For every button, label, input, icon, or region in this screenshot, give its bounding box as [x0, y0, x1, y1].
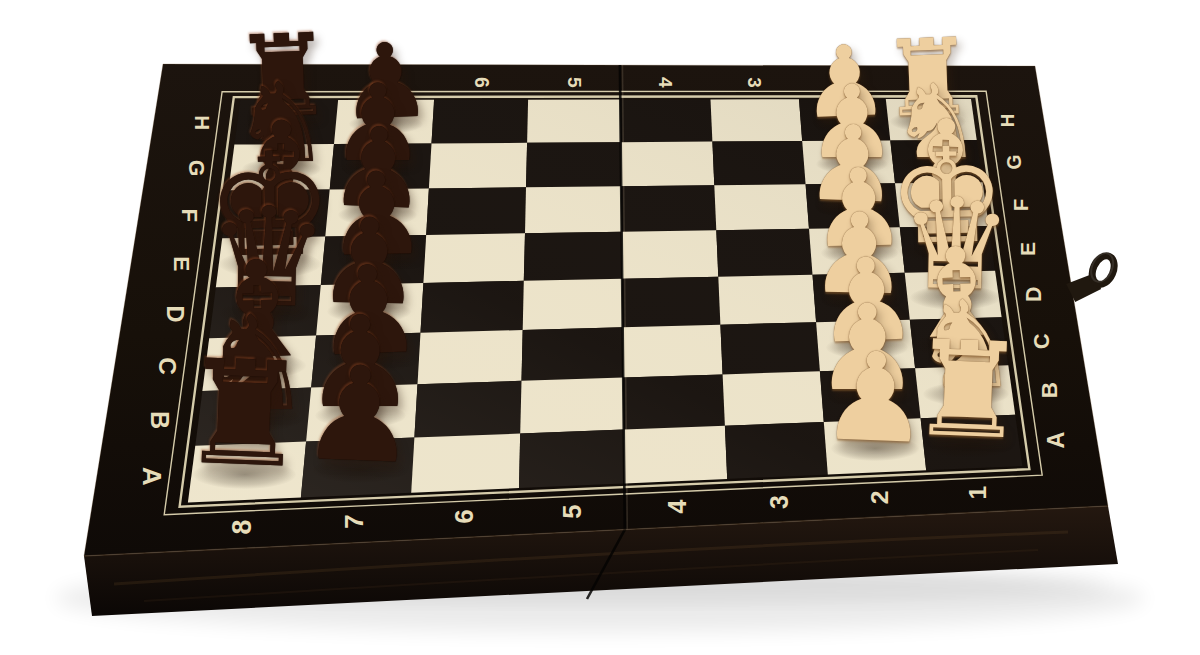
file-label-right-G: G [1003, 153, 1025, 169]
rank-label-bottom-3: 3 [765, 494, 793, 509]
file-label-left-D: D [162, 306, 188, 324]
piece-white-pawn-a2[interactable]: ♟ [818, 341, 932, 455]
file-label-left-A: A [137, 467, 167, 487]
file-label-left-C: C [154, 357, 181, 376]
file-label-left-E: E [169, 256, 195, 272]
rank-label-bottom-2: 2 [866, 489, 893, 504]
metal-clasp [1066, 250, 1118, 302]
rank-label-bottom-1: 1 [964, 485, 991, 500]
piece-black-rook-a8[interactable]: ♜ [177, 348, 311, 482]
file-label-right-A: A [1043, 431, 1069, 449]
rank-label-bottom-5: 5 [558, 503, 586, 518]
file-label-right-C: C [1029, 332, 1054, 349]
file-label-left-B: B [146, 411, 174, 430]
rank-label-bottom-6: 6 [449, 508, 479, 524]
rank-label-top-3: 3 [744, 77, 765, 88]
rank-label-bottom-4: 4 [663, 499, 691, 514]
rank-label-top-4: 4 [655, 77, 676, 89]
file-label-left-F: F [177, 208, 202, 222]
rank-label-bottom-7: 7 [339, 513, 369, 529]
rank-label-bottom-8: 8 [227, 518, 257, 534]
piece-black-pawn-a7[interactable]: ♟ [299, 355, 421, 477]
chess-set-product-photo: HH88GG77FF66EE55DD44CC33BB22AA11 ♜♟♟♜♞♟♟… [0, 0, 1200, 655]
file-label-right-B: B [1036, 381, 1062, 398]
rank-label-top-5: 5 [564, 77, 585, 89]
file-label-left-G: G [184, 160, 208, 178]
rank-label-top-6: 6 [471, 77, 493, 89]
file-label-right-D: D [1022, 286, 1046, 302]
file-label-right-E: E [1016, 241, 1039, 256]
clasp-ring [1088, 252, 1118, 288]
